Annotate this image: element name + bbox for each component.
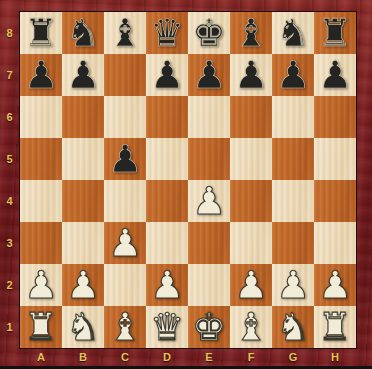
piece-black-rook-h8[interactable]: ♜ [318,14,352,52]
square-e6[interactable] [188,96,230,138]
piece-black-queen-d8[interactable]: ♛ [150,14,184,52]
piece-black-king-e8[interactable]: ♚ [192,14,226,52]
square-a3[interactable] [20,222,62,264]
square-g2[interactable]: ♟ [272,264,314,306]
square-f4[interactable] [230,180,272,222]
file-label-a: A [20,348,62,365]
square-b2[interactable]: ♟ [62,264,104,306]
square-e1[interactable]: ♚ [188,306,230,348]
rank-labels: 87654321 [0,12,19,348]
square-a7[interactable]: ♟ [20,54,62,96]
square-g7[interactable]: ♟ [272,54,314,96]
piece-black-pawn-g7[interactable]: ♟ [276,56,310,94]
piece-black-pawn-c5[interactable]: ♟ [108,140,142,178]
piece-white-knight-g1[interactable]: ♞ [276,308,310,346]
square-b4[interactable] [62,180,104,222]
file-label-e: E [188,348,230,365]
square-f6[interactable] [230,96,272,138]
chess-board: ♜♞♝♛♚♝♞♜♟♟♟♟♟♟♟♟♟♟♟♟♟♟♟♟♜♞♝♛♚♝♞♜ [20,12,356,348]
square-f2[interactable]: ♟ [230,264,272,306]
square-c4[interactable] [104,180,146,222]
square-d5[interactable] [146,138,188,180]
square-g5[interactable] [272,138,314,180]
square-e2[interactable] [188,264,230,306]
square-h5[interactable] [314,138,356,180]
piece-black-rook-a8[interactable]: ♜ [24,14,58,52]
square-d3[interactable] [146,222,188,264]
square-d1[interactable]: ♛ [146,306,188,348]
square-d6[interactable] [146,96,188,138]
piece-white-bishop-c1[interactable]: ♝ [108,308,142,346]
square-d8[interactable]: ♛ [146,12,188,54]
file-label-g: G [272,348,314,365]
board-border: ♜♞♝♛♚♝♞♜♟♟♟♟♟♟♟♟♟♟♟♟♟♟♟♟♜♞♝♛♚♝♞♜ [19,11,357,349]
square-e3[interactable] [188,222,230,264]
piece-white-bishop-f1[interactable]: ♝ [234,308,268,346]
square-c3[interactable]: ♟ [104,222,146,264]
square-h4[interactable] [314,180,356,222]
square-g4[interactable] [272,180,314,222]
square-d4[interactable] [146,180,188,222]
piece-white-queen-d1[interactable]: ♛ [150,308,184,346]
file-label-h: H [314,348,356,365]
rank-label-5: 5 [0,138,19,180]
piece-black-pawn-a7[interactable]: ♟ [24,56,58,94]
square-e7[interactable]: ♟ [188,54,230,96]
piece-white-pawn-b2[interactable]: ♟ [66,266,100,304]
square-d2[interactable]: ♟ [146,264,188,306]
piece-white-pawn-f2[interactable]: ♟ [234,266,268,304]
square-b3[interactable] [62,222,104,264]
square-d7[interactable]: ♟ [146,54,188,96]
square-f1[interactable]: ♝ [230,306,272,348]
square-g1[interactable]: ♞ [272,306,314,348]
square-h3[interactable] [314,222,356,264]
rank-label-8: 8 [0,12,19,54]
square-c6[interactable] [104,96,146,138]
rank-label-2: 2 [0,264,19,306]
square-a5[interactable] [20,138,62,180]
square-b8[interactable]: ♞ [62,12,104,54]
piece-black-pawn-b7[interactable]: ♟ [66,56,100,94]
square-b6[interactable] [62,96,104,138]
square-e4[interactable]: ♟ [188,180,230,222]
piece-white-pawn-a2[interactable]: ♟ [24,266,58,304]
piece-white-pawn-g2[interactable]: ♟ [276,266,310,304]
file-label-c: C [104,348,146,365]
square-a8[interactable]: ♜ [20,12,62,54]
square-b5[interactable] [62,138,104,180]
rank-label-7: 7 [0,54,19,96]
square-a6[interactable] [20,96,62,138]
square-f5[interactable] [230,138,272,180]
piece-white-pawn-e4[interactable]: ♟ [192,182,226,220]
piece-black-pawn-f7[interactable]: ♟ [234,56,268,94]
piece-white-knight-b1[interactable]: ♞ [66,308,100,346]
square-e8[interactable]: ♚ [188,12,230,54]
square-e5[interactable] [188,138,230,180]
rank-label-6: 6 [0,96,19,138]
square-g3[interactable] [272,222,314,264]
piece-black-bishop-c8[interactable]: ♝ [108,14,142,52]
square-h8[interactable]: ♜ [314,12,356,54]
rank-label-3: 3 [0,222,19,264]
rank-label-4: 4 [0,180,19,222]
square-c5[interactable]: ♟ [104,138,146,180]
piece-white-pawn-d2[interactable]: ♟ [150,266,184,304]
square-a1[interactable]: ♜ [20,306,62,348]
square-h2[interactable]: ♟ [314,264,356,306]
square-b7[interactable]: ♟ [62,54,104,96]
square-a2[interactable]: ♟ [20,264,62,306]
piece-black-pawn-h7[interactable]: ♟ [318,56,352,94]
square-c7[interactable] [104,54,146,96]
rank-label-1: 1 [0,306,19,348]
square-g6[interactable] [272,96,314,138]
file-labels: ABCDEFGH [20,348,356,365]
piece-black-pawn-e7[interactable]: ♟ [192,56,226,94]
square-f8[interactable]: ♝ [230,12,272,54]
file-label-b: B [62,348,104,365]
square-c2[interactable] [104,264,146,306]
file-label-d: D [146,348,188,365]
piece-white-rook-a1[interactable]: ♜ [24,308,58,346]
square-g8[interactable]: ♞ [272,12,314,54]
square-c1[interactable]: ♝ [104,306,146,348]
piece-black-pawn-d7[interactable]: ♟ [150,56,184,94]
piece-white-pawn-h2[interactable]: ♟ [318,266,352,304]
square-f7[interactable]: ♟ [230,54,272,96]
piece-black-knight-g8[interactable]: ♞ [276,14,310,52]
chess-app-window: 87654321 ABCDEFGH ♜♞♝♛♚♝♞♜♟♟♟♟♟♟♟♟♟♟♟♟♟♟… [0,0,372,369]
file-label-f: F [230,348,272,365]
piece-white-king-e1[interactable]: ♚ [192,308,226,346]
square-h1[interactable]: ♜ [314,306,356,348]
piece-black-knight-b8[interactable]: ♞ [66,14,100,52]
piece-white-pawn-c3[interactable]: ♟ [108,224,142,262]
square-c8[interactable]: ♝ [104,12,146,54]
square-h6[interactable] [314,96,356,138]
piece-white-rook-h1[interactable]: ♜ [318,308,352,346]
piece-black-bishop-f8[interactable]: ♝ [234,14,268,52]
square-h7[interactable]: ♟ [314,54,356,96]
square-a4[interactable] [20,180,62,222]
square-b1[interactable]: ♞ [62,306,104,348]
square-f3[interactable] [230,222,272,264]
